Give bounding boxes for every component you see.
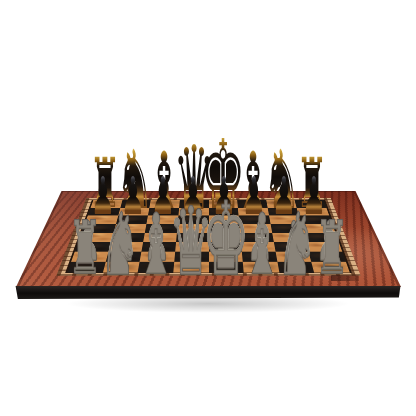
piece-white-bishop-f1[interactable]: ♝ [242, 203, 281, 286]
piece-white-knight-b1[interactable]: ♞ [100, 200, 140, 286]
chess-set-photo: ♜♞♝♛♚♝♞♜♟♟♟♟♟♟♟♟♟♟♟♟♟♟♟♟♜♞♝♛♚♝♞♜ [0, 0, 416, 416]
piece-white-knight-g1[interactable]: ♞ [277, 200, 317, 286]
piece-white-rook-a1[interactable]: ♜ [68, 211, 102, 284]
pieces-layer: ♜♞♝♛♚♝♞♜♟♟♟♟♟♟♟♟♟♟♟♟♟♟♟♟♜♞♝♛♚♝♞♜ [0, 0, 416, 416]
piece-white-rook-h1[interactable]: ♜ [315, 211, 349, 284]
